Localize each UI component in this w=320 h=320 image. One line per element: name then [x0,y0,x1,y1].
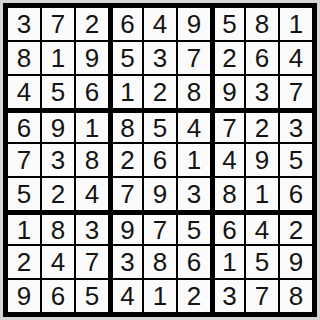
cell-r2c4[interactable]: 5 [110,42,142,74]
cell-r1c9[interactable]: 1 [280,8,312,40]
cell-r4c9[interactable]: 3 [280,110,312,142]
cell-r3c1[interactable]: 4 [8,76,40,108]
cell-r1c7[interactable]: 5 [212,8,244,40]
cell-r4c6[interactable]: 4 [178,110,210,142]
cell-r4c7[interactable]: 7 [212,110,244,142]
cell-r8c7[interactable]: 1 [212,246,244,278]
cell-r9c1[interactable]: 9 [8,280,40,312]
cell-r9c8[interactable]: 7 [246,280,278,312]
cell-r5c5[interactable]: 6 [144,144,176,176]
page-background: 3726495818195372644561289376918547237382… [0,0,320,320]
cell-r7c1[interactable]: 1 [8,212,40,244]
cell-r2c5[interactable]: 3 [144,42,176,74]
cell-r1c6[interactable]: 9 [178,8,210,40]
cell-r8c5[interactable]: 8 [144,246,176,278]
cell-r2c2[interactable]: 1 [42,42,74,74]
cell-r2c9[interactable]: 4 [280,42,312,74]
cell-r5c6[interactable]: 1 [178,144,210,176]
cell-r1c3[interactable]: 2 [76,8,108,40]
cell-r2c7[interactable]: 2 [212,42,244,74]
cell-r9c2[interactable]: 6 [42,280,74,312]
cell-r5c3[interactable]: 8 [76,144,108,176]
cell-r4c1[interactable]: 6 [8,110,40,142]
cell-r3c7[interactable]: 9 [212,76,244,108]
cell-r4c3[interactable]: 1 [76,110,108,142]
cell-r6c6[interactable]: 3 [178,178,210,210]
cell-r5c1[interactable]: 7 [8,144,40,176]
cell-r9c4[interactable]: 4 [110,280,142,312]
cell-r7c2[interactable]: 8 [42,212,74,244]
cell-r5c2[interactable]: 3 [42,144,74,176]
cell-r5c9[interactable]: 5 [280,144,312,176]
cell-r6c3[interactable]: 4 [76,178,108,210]
cell-r3c4[interactable]: 1 [110,76,142,108]
cell-r3c6[interactable]: 8 [178,76,210,108]
cell-r1c5[interactable]: 4 [144,8,176,40]
cell-r8c4[interactable]: 3 [110,246,142,278]
cell-r6c7[interactable]: 8 [212,178,244,210]
cell-r7c9[interactable]: 2 [280,212,312,244]
cell-r1c8[interactable]: 8 [246,8,278,40]
cell-r1c2[interactable]: 7 [42,8,74,40]
cell-r8c1[interactable]: 2 [8,246,40,278]
cell-r9c3[interactable]: 5 [76,280,108,312]
cell-r6c9[interactable]: 6 [280,178,312,210]
cell-r2c3[interactable]: 9 [76,42,108,74]
cell-r2c6[interactable]: 7 [178,42,210,74]
cell-r8c8[interactable]: 5 [246,246,278,278]
cell-r9c7[interactable]: 3 [212,280,244,312]
cell-r3c2[interactable]: 5 [42,76,74,108]
cell-r4c5[interactable]: 5 [144,110,176,142]
cell-r7c7[interactable]: 6 [212,212,244,244]
cell-r8c9[interactable]: 9 [280,246,312,278]
cell-r3c9[interactable]: 7 [280,76,312,108]
cell-r6c8[interactable]: 1 [246,178,278,210]
cell-r7c8[interactable]: 4 [246,212,278,244]
cell-r3c5[interactable]: 2 [144,76,176,108]
cell-r8c6[interactable]: 6 [178,246,210,278]
cell-r7c6[interactable]: 5 [178,212,210,244]
cell-r7c5[interactable]: 7 [144,212,176,244]
cell-r3c8[interactable]: 3 [246,76,278,108]
cell-r9c9[interactable]: 8 [280,280,312,312]
sudoku-board: 3726495818195372644561289376918547237382… [3,3,317,317]
cell-r8c2[interactable]: 4 [42,246,74,278]
cell-r6c5[interactable]: 9 [144,178,176,210]
cell-r2c8[interactable]: 6 [246,42,278,74]
cell-r9c5[interactable]: 1 [144,280,176,312]
cell-r4c4[interactable]: 8 [110,110,142,142]
cell-r7c3[interactable]: 3 [76,212,108,244]
cell-r6c4[interactable]: 7 [110,178,142,210]
cell-r2c1[interactable]: 8 [8,42,40,74]
cell-r8c3[interactable]: 7 [76,246,108,278]
cell-r4c8[interactable]: 2 [246,110,278,142]
cell-r6c1[interactable]: 5 [8,178,40,210]
cell-r4c2[interactable]: 9 [42,110,74,142]
cell-r3c3[interactable]: 6 [76,76,108,108]
cell-r6c2[interactable]: 2 [42,178,74,210]
cell-r1c1[interactable]: 3 [8,8,40,40]
cell-r9c6[interactable]: 2 [178,280,210,312]
cell-r7c4[interactable]: 9 [110,212,142,244]
cell-r1c4[interactable]: 6 [110,8,142,40]
cell-r5c4[interactable]: 2 [110,144,142,176]
cell-r5c8[interactable]: 9 [246,144,278,176]
cell-r5c7[interactable]: 4 [212,144,244,176]
